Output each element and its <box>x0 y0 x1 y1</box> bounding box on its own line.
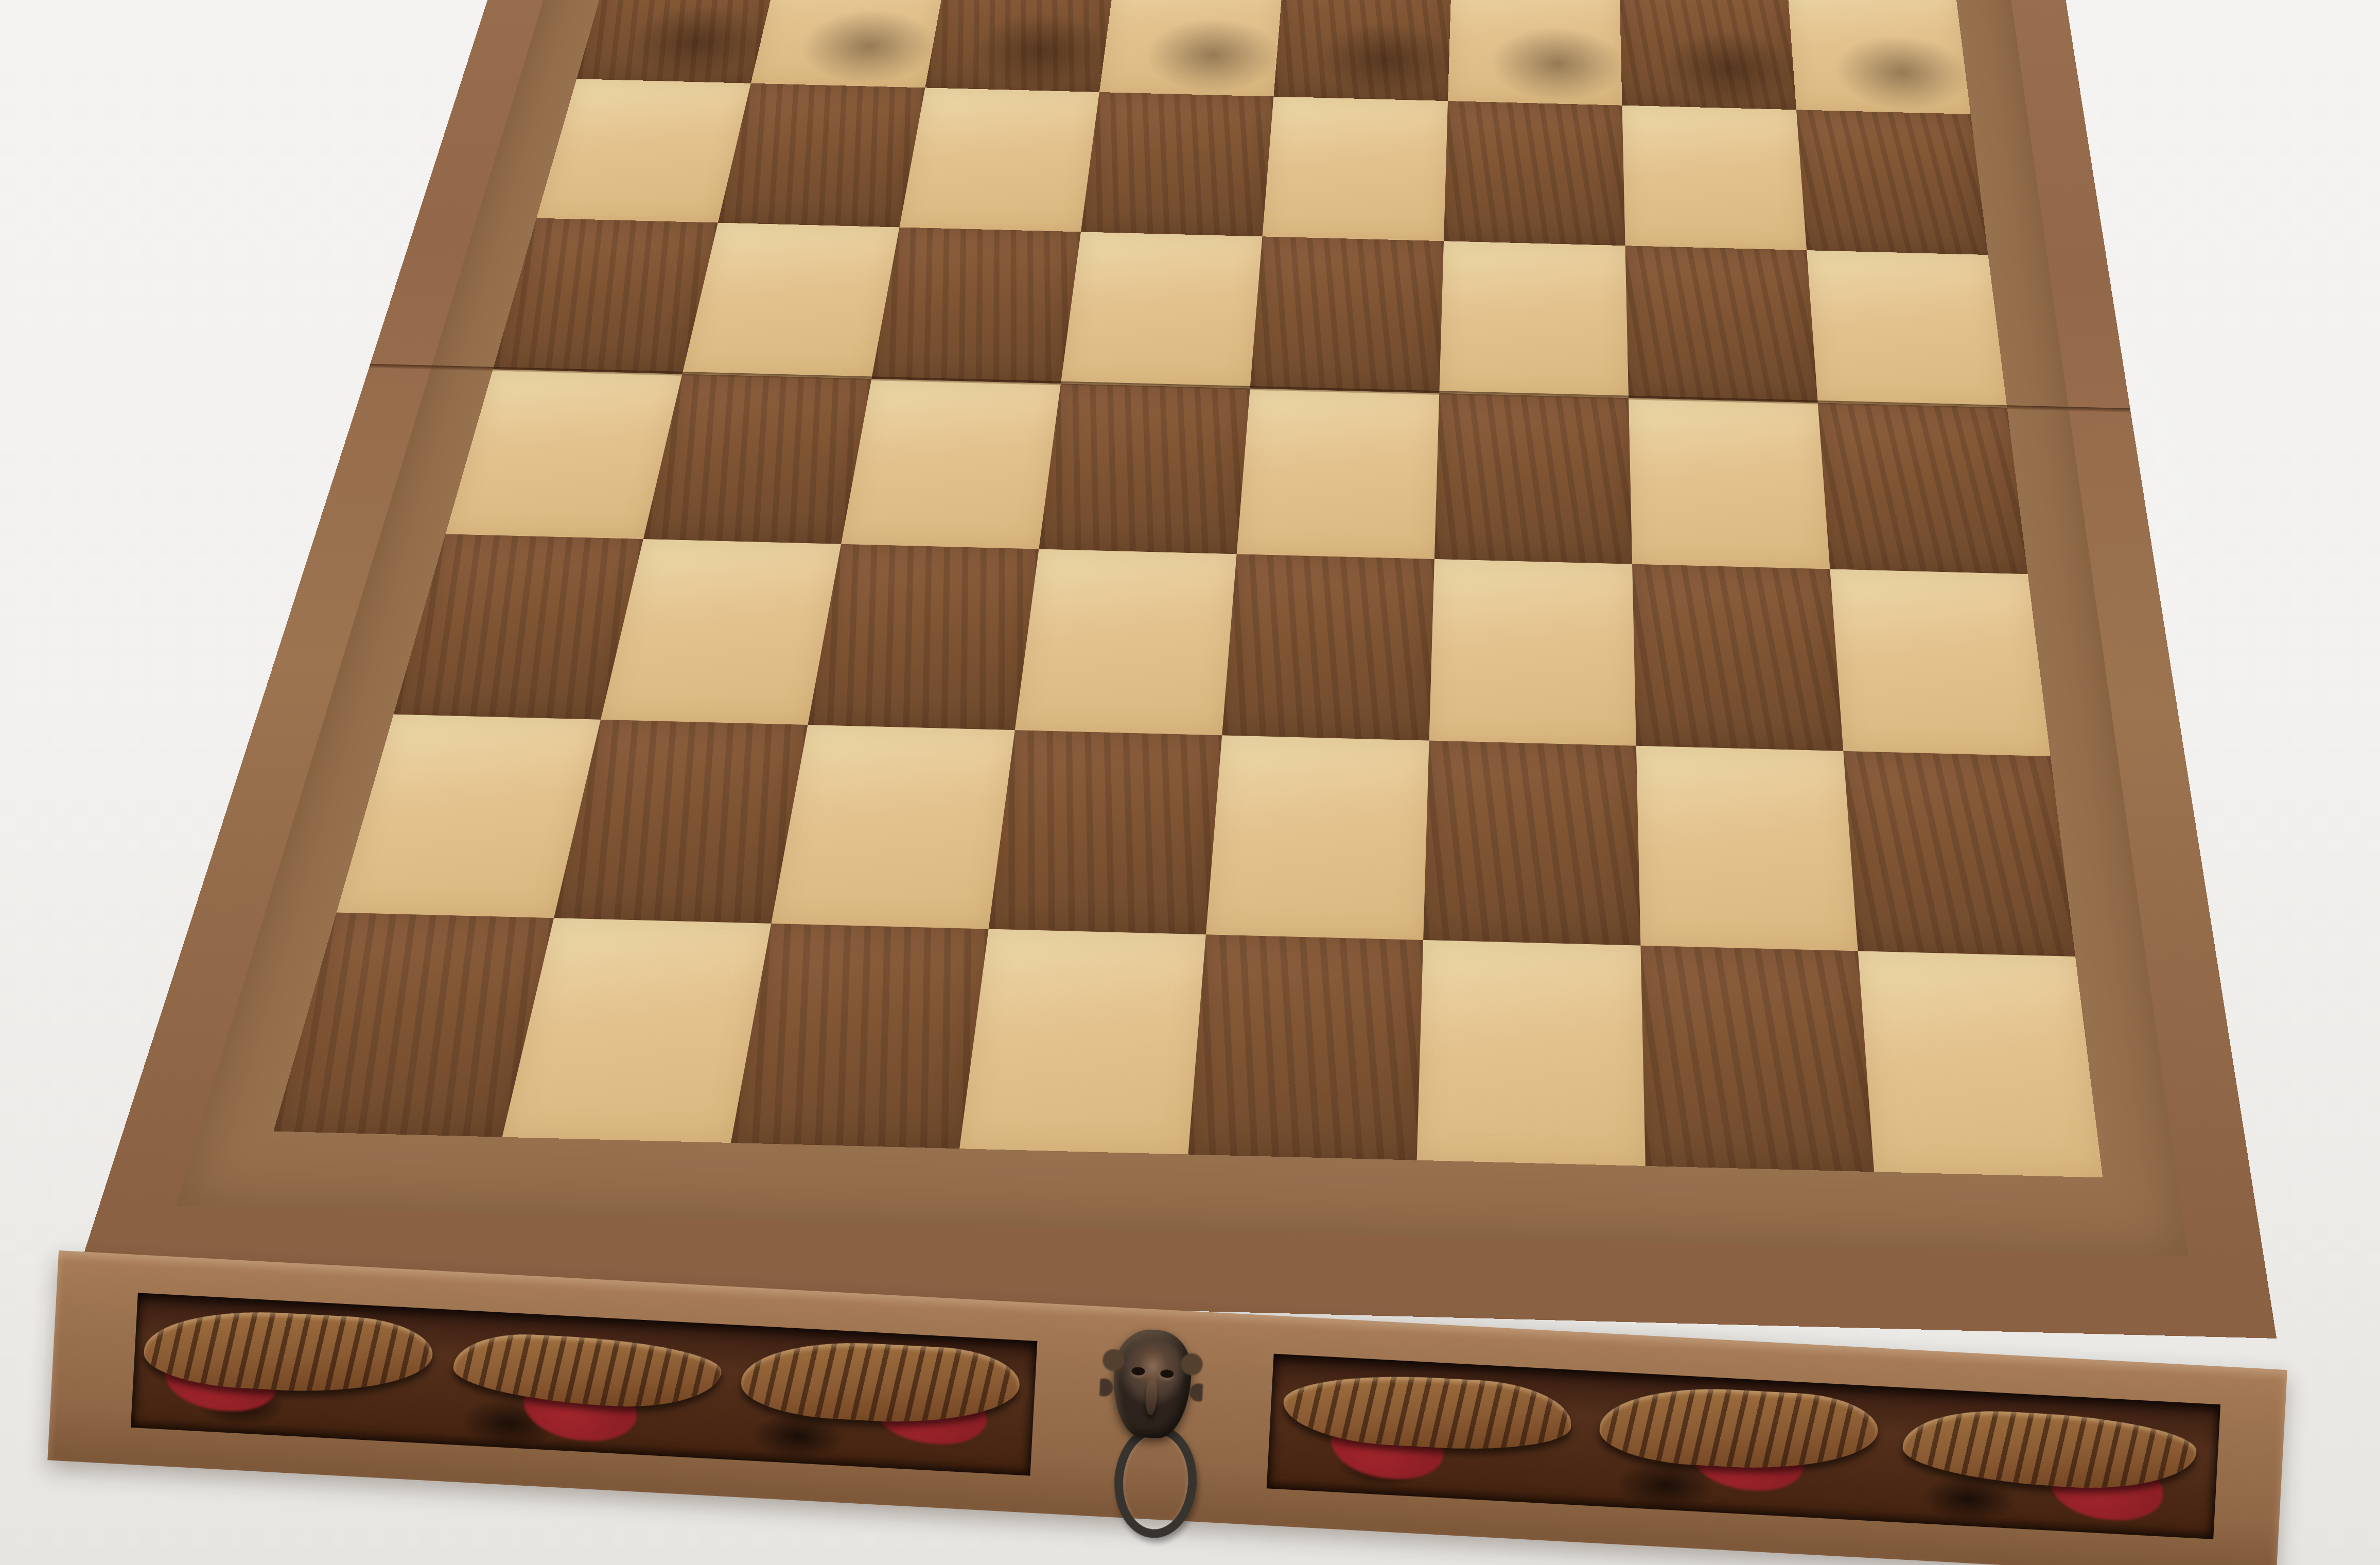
board-frame: ♚♛♞♞♜♜♝♝♟♟♟♟♟♟♟♟ <box>75 0 2277 1338</box>
square-h5 <box>1807 250 2007 408</box>
square-c6 <box>899 88 1099 232</box>
square-e2 <box>1206 735 1429 940</box>
square-e4 <box>1237 388 1440 559</box>
piece-dark-pawn-g7: ♟ <box>1546 0 1880 105</box>
piece-shadow <box>937 0 1142 107</box>
square-a4 <box>446 369 682 539</box>
square-h2 <box>1843 751 2075 957</box>
square-f1 <box>1417 940 1646 1166</box>
square-b1 <box>502 918 772 1143</box>
square-f7: ♟ <box>1448 0 1622 106</box>
carved-panel-left <box>131 1293 1038 1475</box>
square-c7: ♟ <box>925 0 1116 92</box>
piece-shadow <box>762 0 972 102</box>
piece-dark-pawn-h7: ♟ <box>1720 0 2054 109</box>
square-f6 <box>1444 101 1625 246</box>
square-g5 <box>1625 246 1818 403</box>
piece-dark-pawn-a7: ♟ <box>503 0 837 79</box>
square-b5 <box>682 223 899 379</box>
square-e5 <box>1250 236 1444 393</box>
square-h3 <box>1830 569 2050 756</box>
square-g1 <box>1640 946 1874 1172</box>
square-b6 <box>718 83 925 228</box>
fold-seam <box>369 364 2131 413</box>
square-f2 <box>1423 741 1640 946</box>
square-e3 <box>1222 554 1434 740</box>
piece-dark-pawn-e7: ♟ <box>1198 0 1532 96</box>
piece-dark-pawn-c7: ♟ <box>851 0 1185 88</box>
lion-head-handle <box>1111 1328 1194 1440</box>
square-f4 <box>1434 393 1632 564</box>
piece-shadow <box>1634 14 1829 124</box>
square-c2 <box>771 725 1014 929</box>
square-a5 <box>493 218 718 374</box>
square-g3 <box>1632 564 1843 751</box>
board-grid: ♚♛♞♞♜♜♝♝♟♟♟♟♟♟♟♟ <box>273 0 2103 1177</box>
lion-face <box>1111 1328 1194 1440</box>
square-h1 <box>1858 951 2103 1177</box>
square-b4 <box>643 374 871 544</box>
square-c1 <box>731 924 989 1149</box>
square-c5 <box>871 227 1081 384</box>
carved-panel-right <box>1267 1354 2220 1539</box>
piece-dark-pawn-d7: ♟ <box>1024 0 1358 92</box>
square-d4 <box>1039 384 1250 554</box>
piece-shadow <box>587 0 803 97</box>
square-h6 <box>1796 110 1988 255</box>
piece-shadow <box>1803 18 2004 128</box>
carving-motif <box>1901 1406 2198 1493</box>
square-e6 <box>1262 97 1448 241</box>
piece-shadow <box>1112 1 1311 111</box>
carving-motif <box>1598 1383 1880 1475</box>
square-b7: ♟ <box>751 0 949 88</box>
square-g6 <box>1622 106 1807 250</box>
square-g4 <box>1629 398 1830 569</box>
piece-shadow <box>1287 5 1481 115</box>
chess-board-box: ♚♛♞♞♜♜♝♝♟♟♟♟♟♟♟♟ <box>75 0 2277 1338</box>
square-c4 <box>841 379 1061 549</box>
square-e7: ♟ <box>1273 0 1451 101</box>
square-a3 <box>394 534 643 719</box>
square-g2 <box>1636 746 1858 951</box>
square-e1 <box>1188 934 1423 1160</box>
square-d7: ♟ <box>1099 0 1284 97</box>
square-c3 <box>808 544 1039 730</box>
square-f3 <box>1429 559 1636 746</box>
carving-motif <box>1282 1370 1573 1455</box>
square-a1 <box>273 913 554 1137</box>
square-f5 <box>1439 241 1629 398</box>
square-d1 <box>959 929 1206 1155</box>
square-a7: ♟ <box>576 0 781 83</box>
piece-dark-pawn-b7: ♟ <box>677 0 1011 83</box>
square-d3 <box>1015 549 1237 736</box>
square-b2 <box>554 720 808 924</box>
square-d2 <box>989 730 1222 934</box>
square-a2 <box>337 715 601 918</box>
square-h4 <box>1818 403 2028 574</box>
piece-dark-pawn-f7: ♟ <box>1372 0 1706 100</box>
square-h7: ♟ <box>1787 0 1971 114</box>
carving-motif <box>452 1330 723 1412</box>
square-d6 <box>1081 92 1273 236</box>
square-g7: ♟ <box>1619 0 1796 110</box>
chess-set-scene: ♚♛♞♞♜♜♝♝♟♟♟♟♟♟♟♟ <box>0 0 2380 1565</box>
square-b3 <box>601 539 841 725</box>
square-a6 <box>536 79 750 222</box>
square-d5 <box>1061 232 1263 388</box>
piece-shadow <box>1461 10 1654 120</box>
